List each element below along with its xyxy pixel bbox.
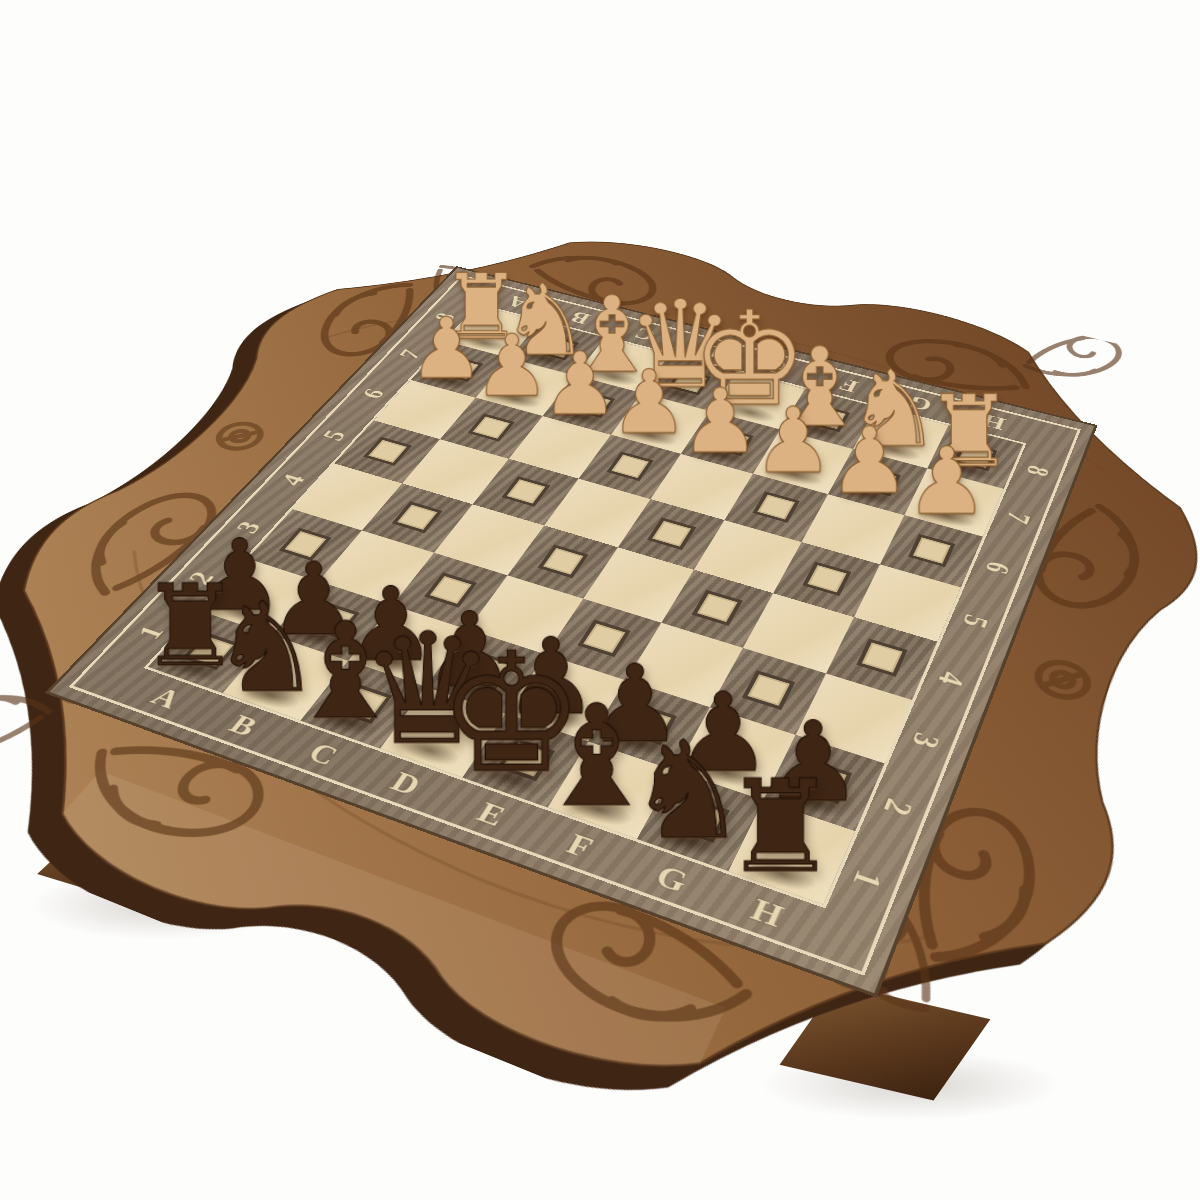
square-inlay [908, 534, 956, 567]
square-inlay [392, 501, 443, 533]
square-inlay [468, 413, 515, 441]
square-inlay [753, 491, 801, 523]
scene: ABCDEFGH ABCDEFGH 87654321 87654321 ♜♞♝♛… [0, 0, 1200, 1200]
piece-black-rook[interactable]: ♜ [716, 763, 844, 891]
chess-board-assembly: ABCDEFGH ABCDEFGH 87654321 87654321 ♜♞♝♛… [0, 178, 1200, 1200]
square-inlay [537, 544, 588, 578]
square-inlay [363, 437, 412, 466]
square-inlay [856, 639, 908, 677]
square-inlay [606, 451, 653, 481]
square-inlay [692, 590, 743, 626]
piece-white-pawn[interactable]: ♟ [901, 435, 994, 528]
square-inlay [647, 517, 696, 550]
square-inlay [802, 561, 851, 596]
square-inlay [501, 476, 550, 507]
